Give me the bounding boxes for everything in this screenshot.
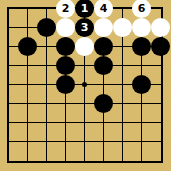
intersection[interactable] xyxy=(94,94,113,113)
intersection[interactable] xyxy=(94,75,113,94)
intersection[interactable] xyxy=(132,113,151,132)
intersection[interactable] xyxy=(132,94,151,113)
intersection[interactable] xyxy=(18,151,37,170)
intersection[interactable] xyxy=(37,132,56,151)
intersection[interactable] xyxy=(132,37,151,56)
intersection[interactable] xyxy=(151,94,170,113)
intersection[interactable] xyxy=(18,18,37,37)
stone-black xyxy=(94,94,113,113)
stone-black xyxy=(56,37,75,56)
intersection[interactable] xyxy=(18,132,37,151)
go-board-diagram: 21463 xyxy=(0,0,171,171)
intersection[interactable] xyxy=(0,113,18,132)
intersection[interactable] xyxy=(113,113,132,132)
board-intersections: 21463 xyxy=(0,0,170,170)
intersection[interactable] xyxy=(37,113,56,132)
intersection[interactable] xyxy=(113,18,132,37)
intersection[interactable] xyxy=(37,0,56,18)
stone-black xyxy=(56,75,75,94)
move-number-label: 6 xyxy=(138,3,146,14)
move-number-label: 2 xyxy=(62,3,70,14)
stone-black xyxy=(151,37,170,56)
stone-white xyxy=(113,18,132,37)
stone-black xyxy=(94,56,113,75)
intersection[interactable]: 4 xyxy=(94,0,113,18)
intersection[interactable]: 6 xyxy=(132,0,151,18)
intersection[interactable] xyxy=(18,56,37,75)
intersection[interactable] xyxy=(56,132,75,151)
intersection[interactable] xyxy=(75,37,94,56)
intersection[interactable] xyxy=(151,132,170,151)
intersection[interactable] xyxy=(18,94,37,113)
intersection[interactable] xyxy=(151,56,170,75)
intersection[interactable] xyxy=(0,132,18,151)
intersection[interactable] xyxy=(56,151,75,170)
stone-black xyxy=(56,56,75,75)
intersection[interactable] xyxy=(0,56,18,75)
stone-white: 6 xyxy=(132,0,151,18)
intersection[interactable] xyxy=(37,75,56,94)
intersection[interactable] xyxy=(94,151,113,170)
intersection[interactable] xyxy=(37,151,56,170)
intersection[interactable] xyxy=(37,18,56,37)
stone-black: 1 xyxy=(75,0,94,18)
intersection[interactable] xyxy=(132,56,151,75)
intersection[interactable] xyxy=(0,151,18,170)
intersection[interactable] xyxy=(75,151,94,170)
intersection[interactable]: 1 xyxy=(75,0,94,18)
intersection[interactable] xyxy=(0,18,18,37)
intersection[interactable] xyxy=(94,132,113,151)
stone-white: 2 xyxy=(56,0,75,18)
intersection[interactable] xyxy=(113,56,132,75)
move-number-label: 3 xyxy=(81,22,89,33)
intersection[interactable] xyxy=(18,0,37,18)
move-number-label: 4 xyxy=(100,3,108,14)
intersection[interactable] xyxy=(75,132,94,151)
intersection[interactable] xyxy=(151,37,170,56)
intersection[interactable] xyxy=(56,113,75,132)
intersection[interactable] xyxy=(151,75,170,94)
intersection[interactable]: 2 xyxy=(56,0,75,18)
intersection[interactable] xyxy=(94,113,113,132)
stone-white xyxy=(75,37,94,56)
intersection[interactable] xyxy=(132,151,151,170)
stone-white: 4 xyxy=(94,0,113,18)
intersection[interactable] xyxy=(56,37,75,56)
intersection[interactable] xyxy=(0,75,18,94)
intersection[interactable] xyxy=(113,37,132,56)
intersection[interactable] xyxy=(75,94,94,113)
intersection[interactable] xyxy=(94,18,113,37)
intersection[interactable] xyxy=(94,56,113,75)
intersection[interactable]: 3 xyxy=(75,18,94,37)
intersection[interactable] xyxy=(37,94,56,113)
stone-black xyxy=(132,37,151,56)
intersection[interactable] xyxy=(151,0,170,18)
intersection[interactable] xyxy=(18,113,37,132)
intersection[interactable] xyxy=(132,132,151,151)
intersection[interactable] xyxy=(151,151,170,170)
intersection[interactable] xyxy=(113,0,132,18)
intersection[interactable] xyxy=(132,75,151,94)
intersection[interactable] xyxy=(56,56,75,75)
stone-white xyxy=(132,18,151,37)
stone-black xyxy=(18,37,37,56)
intersection[interactable] xyxy=(37,56,56,75)
move-number-label: 1 xyxy=(81,3,89,14)
intersection[interactable] xyxy=(151,18,170,37)
intersection[interactable] xyxy=(56,75,75,94)
intersection[interactable] xyxy=(132,18,151,37)
intersection[interactable] xyxy=(18,75,37,94)
intersection[interactable] xyxy=(0,94,18,113)
stone-black: 3 xyxy=(75,18,94,37)
intersection[interactable] xyxy=(18,37,37,56)
intersection[interactable] xyxy=(0,0,18,18)
stone-black xyxy=(94,37,113,56)
intersection[interactable] xyxy=(56,94,75,113)
stone-black xyxy=(132,75,151,94)
stone-white xyxy=(151,18,170,37)
intersection[interactable] xyxy=(94,37,113,56)
intersection[interactable] xyxy=(75,113,94,132)
stone-black xyxy=(37,18,56,37)
intersection[interactable] xyxy=(113,151,132,170)
stone-white xyxy=(56,18,75,37)
intersection[interactable] xyxy=(151,113,170,132)
intersection[interactable] xyxy=(75,56,94,75)
intersection[interactable] xyxy=(0,37,18,56)
intersection[interactable] xyxy=(56,18,75,37)
intersection[interactable] xyxy=(113,94,132,113)
stone-white xyxy=(94,18,113,37)
intersection[interactable] xyxy=(113,75,132,94)
intersection[interactable] xyxy=(113,132,132,151)
intersection[interactable] xyxy=(37,37,56,56)
intersection[interactable] xyxy=(75,75,94,94)
